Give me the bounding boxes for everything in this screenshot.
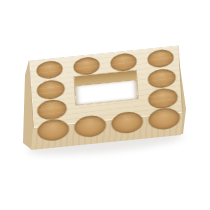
cup-hole: [147, 49, 174, 69]
board-photo: [0, 0, 210, 210]
pit-r4c2[interactable]: [71, 113, 109, 137]
pit-r4c1[interactable]: [34, 117, 72, 141]
cup-hole: [73, 56, 100, 76]
board-top-face: [30, 46, 182, 128]
cup-hole: [110, 52, 137, 72]
pit-r4c3[interactable]: [108, 110, 146, 134]
cup-hole: [36, 60, 63, 80]
pit-r4c4[interactable]: [145, 106, 183, 130]
